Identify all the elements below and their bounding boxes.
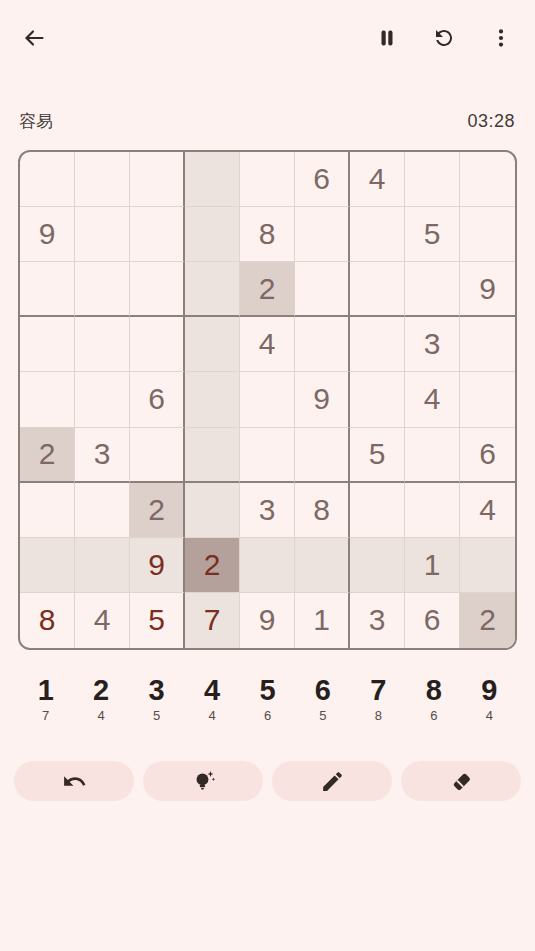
numpad-1[interactable]: 17: [18, 675, 73, 723]
cell-r1c4[interactable]: [185, 152, 240, 207]
cell-r2c5[interactable]: 8: [240, 207, 295, 262]
cell-r1c7[interactable]: 4: [350, 152, 405, 207]
cell-r8c5[interactable]: [240, 538, 295, 593]
cell-r8c2[interactable]: [75, 538, 130, 593]
cell-r5c9[interactable]: [460, 372, 515, 427]
cell-r2c7[interactable]: [350, 207, 405, 262]
cell-r6c1[interactable]: 2: [20, 428, 75, 483]
difficulty-label: 容易: [19, 110, 53, 133]
cell-r5c6[interactable]: 9: [295, 372, 350, 427]
numpad-8[interactable]: 86: [406, 675, 461, 723]
cell-r7c2[interactable]: [75, 483, 130, 538]
cell-r2c6[interactable]: [295, 207, 350, 262]
pencil-icon: [320, 769, 345, 794]
restart-icon: [432, 26, 456, 50]
cell-r3c1[interactable]: [20, 262, 75, 317]
cell-r8c3[interactable]: 9: [130, 538, 185, 593]
top-bar: [0, 0, 535, 50]
numpad-3[interactable]: 35: [129, 675, 184, 723]
cell-r4c9[interactable]: [460, 317, 515, 372]
numpad-digit: 6: [295, 675, 350, 705]
numpad-2[interactable]: 24: [73, 675, 128, 723]
cell-r5c8[interactable]: 4: [405, 372, 460, 427]
numpad-remaining-count: 8: [351, 709, 406, 723]
cell-r6c9[interactable]: 6: [460, 428, 515, 483]
cell-r7c5[interactable]: 3: [240, 483, 295, 538]
numpad-remaining-count: 4: [73, 709, 128, 723]
cell-r7c9[interactable]: 4: [460, 483, 515, 538]
cell-r8c7[interactable]: [350, 538, 405, 593]
cell-r7c7[interactable]: [350, 483, 405, 538]
cell-r2c3[interactable]: [130, 207, 185, 262]
cell-r3c2[interactable]: [75, 262, 130, 317]
cell-r1c2[interactable]: [75, 152, 130, 207]
hint-button[interactable]: [143, 761, 263, 801]
cell-r6c8[interactable]: [405, 428, 460, 483]
cell-r1c9[interactable]: [460, 152, 515, 207]
pause-icon: [375, 26, 399, 50]
cell-r4c2[interactable]: [75, 317, 130, 372]
cell-r1c8[interactable]: [405, 152, 460, 207]
cell-r1c3[interactable]: [130, 152, 185, 207]
numpad-digit: 1: [18, 675, 73, 705]
numpad-remaining-count: 4: [184, 709, 239, 723]
cell-r2c8[interactable]: 5: [405, 207, 460, 262]
numpad-7[interactable]: 78: [351, 675, 406, 723]
cell-r4c5[interactable]: 4: [240, 317, 295, 372]
eraser-button[interactable]: [401, 761, 521, 801]
cell-r3c4[interactable]: [185, 262, 240, 317]
cell-r4c4[interactable]: [185, 317, 240, 372]
cell-r6c3[interactable]: [130, 428, 185, 483]
cell-r1c5[interactable]: [240, 152, 295, 207]
numpad-remaining-count: 6: [240, 709, 295, 723]
cell-r9c3[interactable]: 5: [130, 593, 185, 648]
numpad-digit: 2: [73, 675, 128, 705]
cell-r5c1[interactable]: [20, 372, 75, 427]
cell-r2c2[interactable]: [75, 207, 130, 262]
cell-r9c7[interactable]: 3: [350, 593, 405, 648]
cell-r8c8[interactable]: 1: [405, 538, 460, 593]
numpad-digit: 5: [240, 675, 295, 705]
lightbulb-hint-icon: [191, 769, 216, 794]
cell-r1c6[interactable]: 6: [295, 152, 350, 207]
numpad-remaining-count: 5: [129, 709, 184, 723]
cell-r5c4[interactable]: [185, 372, 240, 427]
back-button[interactable]: [22, 26, 46, 50]
cell-r1c1[interactable]: [20, 152, 75, 207]
cell-r5c7[interactable]: [350, 372, 405, 427]
cell-r6c7[interactable]: 5: [350, 428, 405, 483]
cell-r4c8[interactable]: 3: [405, 317, 460, 372]
cell-r3c5[interactable]: 2: [240, 262, 295, 317]
menu-button[interactable]: [489, 26, 513, 50]
numpad-4[interactable]: 44: [184, 675, 239, 723]
numpad-5[interactable]: 56: [240, 675, 295, 723]
cell-r5c2[interactable]: [75, 372, 130, 427]
cell-r7c6[interactable]: 8: [295, 483, 350, 538]
cell-r5c5[interactable]: [240, 372, 295, 427]
cell-r2c9[interactable]: [460, 207, 515, 262]
arrow-left-icon: [22, 26, 46, 50]
numpad-digit: 9: [462, 675, 517, 705]
cell-r3c8[interactable]: [405, 262, 460, 317]
action-bar: [14, 761, 521, 801]
cell-r4c6[interactable]: [295, 317, 350, 372]
cell-r4c7[interactable]: [350, 317, 405, 372]
number-pad: 172435445665788694: [0, 675, 535, 723]
notes-button[interactable]: [272, 761, 392, 801]
sudoku-board: 64985294369423562384921845791362: [18, 150, 517, 650]
cell-r9c5[interactable]: 9: [240, 593, 295, 648]
cell-r3c6[interactable]: [295, 262, 350, 317]
pause-button[interactable]: [375, 26, 399, 50]
numpad-remaining-count: 6: [406, 709, 461, 723]
cell-r9c1[interactable]: 8: [20, 593, 75, 648]
cell-r6c5[interactable]: [240, 428, 295, 483]
cell-r8c1[interactable]: [20, 538, 75, 593]
eraser-icon: [449, 769, 474, 794]
numpad-remaining-count: 4: [462, 709, 517, 723]
vertical-ellipsis-icon: [489, 26, 513, 50]
cell-r9c8[interactable]: 6: [405, 593, 460, 648]
cell-r4c3[interactable]: [130, 317, 185, 372]
undo-icon: [62, 769, 87, 794]
numpad-digit: 8: [406, 675, 461, 705]
cell-r7c4[interactable]: [185, 483, 240, 538]
numpad-remaining-count: 5: [295, 709, 350, 723]
cell-r7c8[interactable]: [405, 483, 460, 538]
cell-r4c1[interactable]: [20, 317, 75, 372]
cell-r9c6[interactable]: 1: [295, 593, 350, 648]
restart-button[interactable]: [432, 26, 456, 50]
numpad-digit: 7: [351, 675, 406, 705]
cell-r9c4[interactable]: 7: [185, 593, 240, 648]
timer: 03:28: [467, 111, 515, 132]
numpad-digit: 3: [129, 675, 184, 705]
cell-r2c4[interactable]: [185, 207, 240, 262]
cell-r5c3[interactable]: 6: [130, 372, 185, 427]
cell-r8c6[interactable]: [295, 538, 350, 593]
numpad-digit: 4: [184, 675, 239, 705]
cell-r6c4[interactable]: [185, 428, 240, 483]
numpad-9[interactable]: 94: [462, 675, 517, 723]
cell-r3c3[interactable]: [130, 262, 185, 317]
cell-r8c4[interactable]: 2: [185, 538, 240, 593]
cell-r6c2[interactable]: 3: [75, 428, 130, 483]
cell-r7c1[interactable]: [20, 483, 75, 538]
numpad-remaining-count: 7: [18, 709, 73, 723]
cell-r2c1[interactable]: 9: [20, 207, 75, 262]
undo-button[interactable]: [14, 761, 134, 801]
cell-r3c7[interactable]: [350, 262, 405, 317]
status-row: 容易 03:28: [0, 110, 535, 132]
cell-r8c9[interactable]: [460, 538, 515, 593]
cell-r9c2[interactable]: 4: [75, 593, 130, 648]
numpad-6[interactable]: 65: [295, 675, 350, 723]
cell-r9c9[interactable]: 2: [460, 593, 515, 648]
cell-r7c3[interactable]: 2: [130, 483, 185, 538]
cell-r6c6[interactable]: [295, 428, 350, 483]
cell-r3c9[interactable]: 9: [460, 262, 515, 317]
